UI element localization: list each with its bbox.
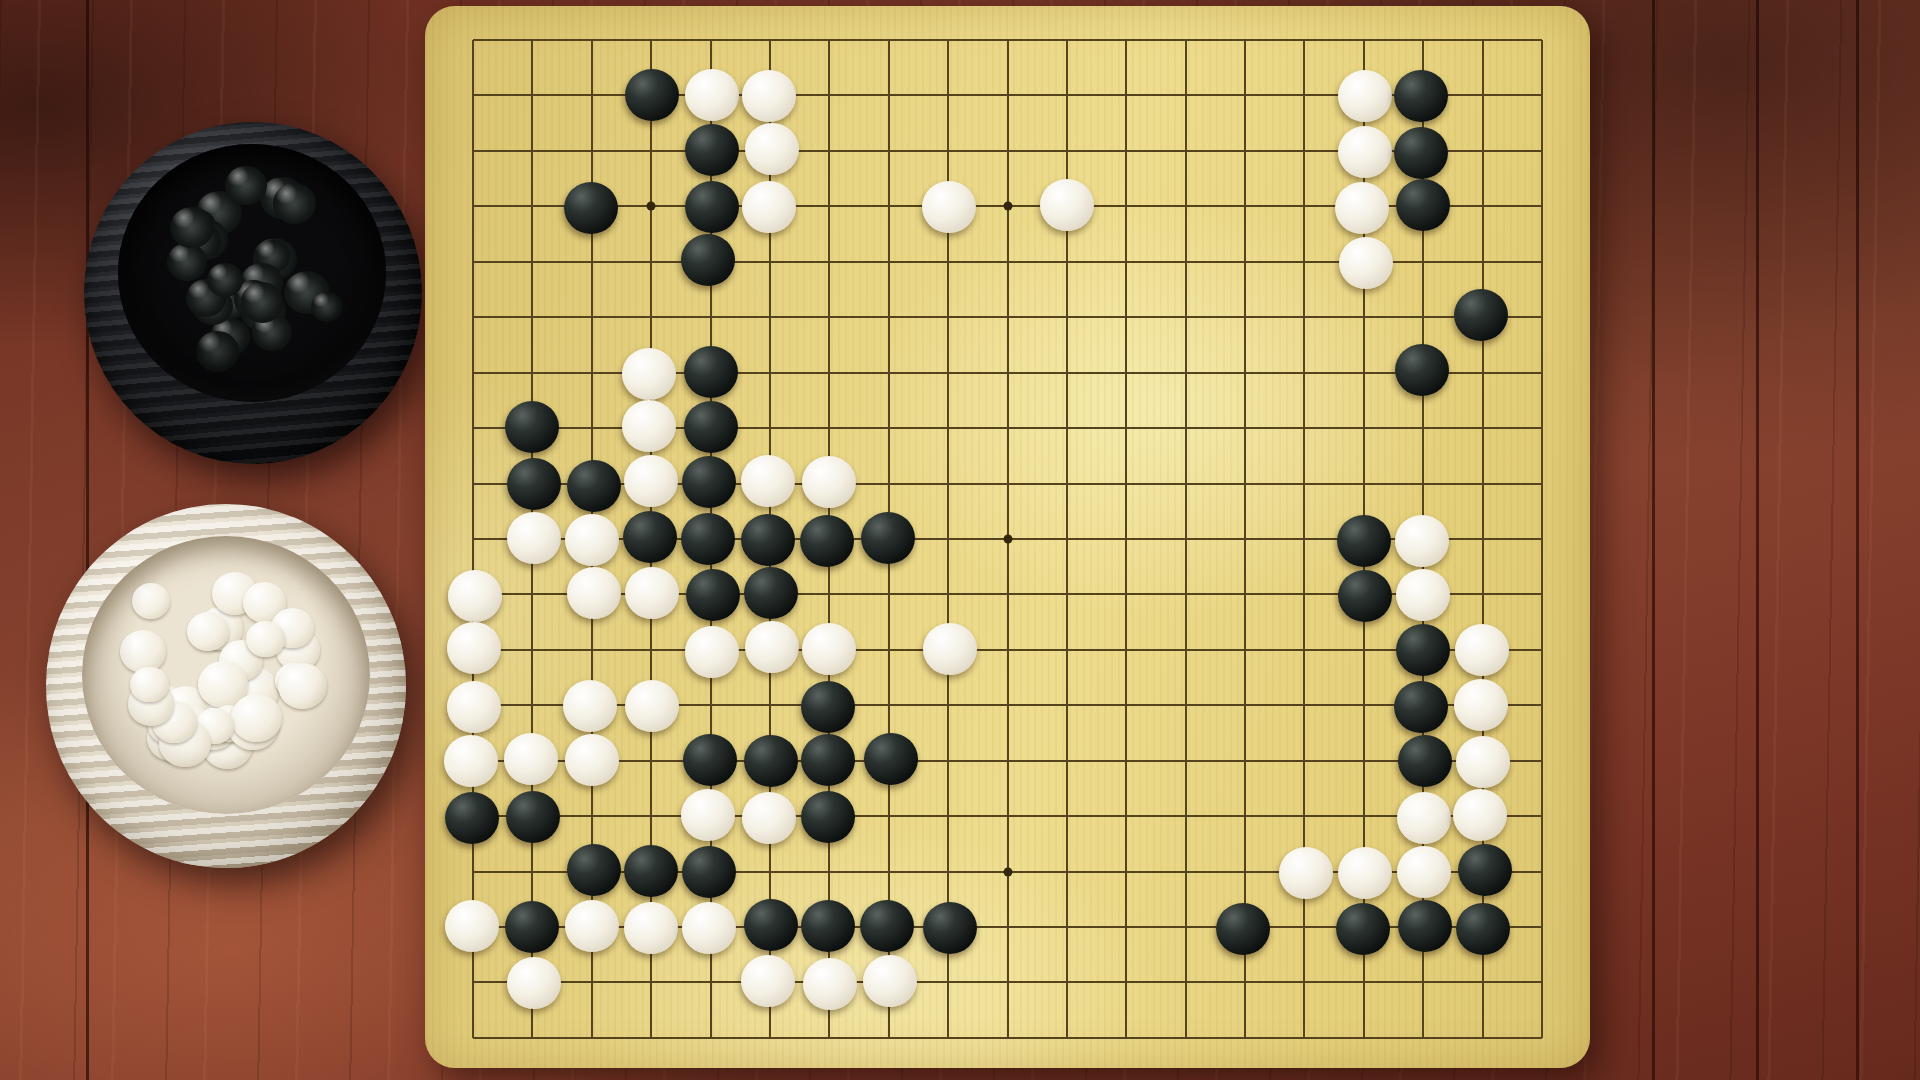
white-stone xyxy=(563,680,617,732)
white-stone xyxy=(803,958,857,1010)
black-stone xyxy=(801,734,855,786)
white-stone xyxy=(504,733,558,785)
black-stone xyxy=(801,681,855,733)
black-stone xyxy=(864,733,918,785)
bowl-white-stone xyxy=(132,583,170,619)
black-stone xyxy=(682,456,736,508)
white-stone xyxy=(1455,624,1509,676)
black-stone xyxy=(744,567,798,619)
black-stone xyxy=(506,791,560,843)
grid-line xyxy=(1244,40,1246,1038)
black-stone xyxy=(1216,903,1270,955)
white-stone xyxy=(741,955,795,1007)
black-stone xyxy=(684,346,738,398)
star-point xyxy=(1003,202,1012,211)
black-stone xyxy=(567,460,621,512)
black-stone xyxy=(1396,179,1450,231)
star-point xyxy=(647,202,656,211)
black-stone xyxy=(684,401,738,453)
white-stone xyxy=(1040,179,1094,231)
white-stone xyxy=(741,455,795,507)
black-stone xyxy=(1398,735,1452,787)
white-stone xyxy=(922,181,976,233)
white-stone xyxy=(682,902,736,954)
white-stone xyxy=(1397,846,1451,898)
black-stone xyxy=(1394,127,1448,179)
grid-line xyxy=(1125,40,1127,1038)
black-stone xyxy=(681,513,735,565)
white-stone xyxy=(681,789,735,841)
bowl-black-stone xyxy=(225,166,267,206)
black-stone xyxy=(801,791,855,843)
table-plank-seam xyxy=(1856,0,1859,1080)
black-stone xyxy=(1337,515,1391,567)
black-stone xyxy=(1336,903,1390,955)
white-stone xyxy=(1339,237,1393,289)
white-stone xyxy=(1456,736,1510,788)
black-stone xyxy=(744,735,798,787)
white-stone xyxy=(565,734,619,786)
white-stone xyxy=(624,455,678,507)
white-stone xyxy=(685,69,739,121)
black-stone xyxy=(801,900,855,952)
bowl-black-stone xyxy=(207,263,243,297)
bowl-white-stone xyxy=(130,667,168,703)
white-stones-heap xyxy=(82,536,370,814)
white-stone xyxy=(507,957,561,1009)
bowl-black-stone xyxy=(273,183,316,224)
white-stone xyxy=(624,902,678,954)
black-stone xyxy=(1456,903,1510,955)
black-stone xyxy=(567,844,621,896)
black-stone xyxy=(685,124,739,176)
black-stone-bowl xyxy=(84,122,422,464)
bowl-black-stone xyxy=(170,207,214,248)
table-plank-seam xyxy=(1652,0,1655,1080)
table-plank-seam xyxy=(86,0,89,1080)
table-plank-seam xyxy=(1756,0,1759,1080)
white-stone xyxy=(625,567,679,619)
white-stone xyxy=(622,348,676,400)
bowl-black-stone xyxy=(196,331,239,371)
bowl-black-stone xyxy=(311,292,343,322)
black-stone xyxy=(800,515,854,567)
white-stone xyxy=(745,621,799,673)
grid-line xyxy=(1541,40,1543,1038)
black-stone xyxy=(744,899,798,951)
white-stone xyxy=(745,123,799,175)
black-stone xyxy=(1458,844,1512,896)
white-stone xyxy=(1397,792,1451,844)
white-stone xyxy=(622,400,676,452)
photo-scene xyxy=(0,0,1920,1080)
black-stone xyxy=(685,181,739,233)
black-stone xyxy=(507,458,561,510)
white-stone xyxy=(802,456,856,508)
white-stone xyxy=(567,567,621,619)
black-stone xyxy=(681,234,735,286)
bowl-white-stone xyxy=(231,694,282,742)
black-stone xyxy=(741,514,795,566)
bowl-white-stone xyxy=(278,663,327,709)
white-stone xyxy=(923,623,977,675)
white-bowl-opening xyxy=(82,536,370,814)
white-stone xyxy=(447,622,501,674)
black-stone xyxy=(686,569,740,621)
white-stone xyxy=(863,955,917,1007)
bowl-white-stone xyxy=(187,612,229,652)
white-stone xyxy=(685,626,739,678)
black-stone xyxy=(625,69,679,121)
star-point xyxy=(1003,534,1012,543)
go-board xyxy=(425,6,1590,1068)
black-stone xyxy=(860,900,914,952)
white-stone xyxy=(1395,515,1449,567)
black-stone xyxy=(861,512,915,564)
white-stone xyxy=(742,181,796,233)
white-stone xyxy=(1453,789,1507,841)
bowl-white-stone xyxy=(120,630,166,673)
white-stone xyxy=(1396,569,1450,621)
star-point xyxy=(1003,867,1012,876)
white-stone xyxy=(1338,126,1392,178)
white-stone xyxy=(802,623,856,675)
bowl-black-stone xyxy=(241,282,284,322)
white-stone xyxy=(507,512,561,564)
white-stone xyxy=(1338,70,1392,122)
black-stone xyxy=(1394,70,1448,122)
black-stone xyxy=(505,401,559,453)
black-stone xyxy=(1394,681,1448,733)
grid-line xyxy=(1185,40,1187,1038)
white-stone xyxy=(625,680,679,732)
white-stone xyxy=(565,514,619,566)
white-stone xyxy=(445,900,499,952)
black-stones-heap xyxy=(118,144,386,402)
white-stone xyxy=(447,681,501,733)
black-stone xyxy=(683,734,737,786)
white-stone xyxy=(1338,847,1392,899)
black-stone xyxy=(1454,289,1508,341)
black-stone xyxy=(505,901,559,953)
black-stone xyxy=(1395,344,1449,396)
white-stone-bowl xyxy=(46,504,406,868)
black-stone xyxy=(923,902,977,954)
black-stone xyxy=(682,846,736,898)
black-stone xyxy=(623,511,677,563)
black-stone xyxy=(445,792,499,844)
white-stone xyxy=(1335,182,1389,234)
bowl-black-stone xyxy=(167,243,207,281)
bowl-white-stone xyxy=(246,621,284,657)
white-stone xyxy=(742,70,796,122)
white-stone xyxy=(1279,847,1333,899)
grid-line xyxy=(472,40,474,1038)
white-stone xyxy=(565,900,619,952)
black-stone xyxy=(624,845,678,897)
white-stone xyxy=(742,792,796,844)
white-stone xyxy=(1454,679,1508,731)
black-stone xyxy=(1398,900,1452,952)
black-bowl-opening xyxy=(118,144,386,402)
black-stone xyxy=(1396,624,1450,676)
black-stone xyxy=(1338,570,1392,622)
black-stone xyxy=(564,182,618,234)
white-stone xyxy=(448,570,502,622)
white-stone xyxy=(444,735,498,787)
